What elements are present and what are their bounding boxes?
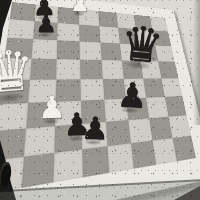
piece-black-pawn-b7[interactable]: ♟ (35, 12, 57, 36)
square-b2[interactable] (24, 126, 55, 157)
square-a3[interactable] (0, 103, 28, 131)
piece-black-queen-g6[interactable]: ♛ (118, 18, 165, 70)
square-h4[interactable] (161, 78, 182, 97)
square-e1[interactable] (108, 143, 134, 173)
square-d7[interactable] (79, 25, 100, 43)
square-d5[interactable] (80, 60, 103, 80)
square-c1[interactable] (54, 149, 83, 182)
piece-black-pawn-f4[interactable]: ♟ (116, 77, 148, 113)
square-c6[interactable] (57, 40, 80, 59)
square-e7[interactable] (99, 26, 120, 43)
square-b1[interactable] (21, 153, 54, 188)
board-photo: ♟♟♟♛♛♟♟♟♟ (0, 0, 200, 200)
square-d4[interactable] (80, 79, 104, 101)
square-e2[interactable] (106, 120, 131, 146)
square-c7[interactable] (57, 23, 79, 42)
square-c5[interactable] (56, 59, 80, 79)
piece-white-queen-a5[interactable]: ♛ (0, 42, 37, 102)
square-d1[interactable] (82, 146, 109, 177)
square-e8[interactable] (98, 11, 118, 28)
piece-white-pawn-d8[interactable]: ♟ (70, 0, 90, 15)
square-b6[interactable] (32, 39, 58, 59)
shadow-right-edge (193, 0, 200, 125)
square-d6[interactable] (80, 41, 102, 60)
piece-black-pawn-e2[interactable]: ♟ (81, 113, 110, 145)
